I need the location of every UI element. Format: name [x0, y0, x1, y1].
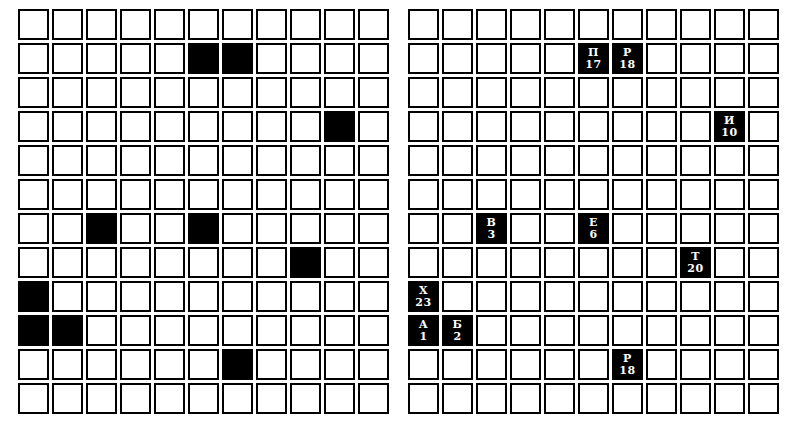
empty-cell[interactable] — [120, 247, 151, 278]
empty-cell[interactable] — [188, 145, 219, 176]
empty-cell[interactable] — [188, 111, 219, 142]
empty-cell[interactable] — [358, 9, 389, 40]
empty-cell[interactable] — [256, 77, 287, 108]
empty-cell[interactable] — [52, 383, 83, 414]
empty-cell[interactable] — [18, 145, 49, 176]
key-cell-number: 6 — [589, 229, 597, 241]
empty-cell[interactable] — [612, 145, 643, 176]
empty-cell[interactable] — [510, 9, 541, 40]
empty-cell[interactable] — [578, 9, 609, 40]
empty-cell[interactable] — [748, 9, 779, 40]
empty-cell[interactable] — [612, 111, 643, 142]
empty-cell[interactable] — [510, 247, 541, 278]
empty-cell[interactable] — [256, 349, 287, 380]
empty-cell[interactable] — [86, 247, 117, 278]
empty-cell[interactable] — [52, 111, 83, 142]
empty-cell[interactable] — [290, 383, 321, 414]
empty-cell[interactable] — [120, 145, 151, 176]
empty-cell[interactable] — [748, 281, 779, 312]
empty-cell[interactable] — [476, 247, 507, 278]
empty-cell[interactable] — [154, 179, 185, 210]
empty-cell[interactable] — [154, 315, 185, 346]
empty-cell[interactable] — [476, 179, 507, 210]
empty-cell[interactable] — [544, 247, 575, 278]
empty-cell[interactable] — [154, 247, 185, 278]
empty-cell[interactable] — [714, 315, 745, 346]
empty-cell[interactable] — [188, 9, 219, 40]
key-cell-letter: Р — [623, 47, 632, 59]
empty-cell[interactable] — [18, 179, 49, 210]
empty-cell[interactable] — [442, 145, 473, 176]
empty-cell[interactable] — [612, 179, 643, 210]
empty-cell[interactable] — [52, 247, 83, 278]
empty-cell[interactable] — [290, 145, 321, 176]
empty-cell[interactable] — [256, 179, 287, 210]
empty-cell[interactable] — [646, 9, 677, 40]
empty-cell[interactable] — [324, 315, 355, 346]
empty-cell[interactable] — [86, 179, 117, 210]
empty-cell[interactable] — [290, 281, 321, 312]
empty-cell[interactable] — [154, 9, 185, 40]
empty-cell[interactable] — [188, 315, 219, 346]
key-cell-number: 1 — [419, 331, 427, 343]
key-cell-number: 18 — [619, 59, 635, 71]
empty-cell[interactable] — [476, 315, 507, 346]
empty-cell[interactable] — [256, 315, 287, 346]
empty-cell[interactable] — [324, 383, 355, 414]
empty-cell[interactable] — [714, 179, 745, 210]
empty-cell[interactable] — [18, 213, 49, 244]
empty-cell[interactable] — [510, 349, 541, 380]
empty-cell[interactable] — [578, 383, 609, 414]
empty-cell[interactable] — [52, 145, 83, 176]
key-cell-number: 18 — [619, 365, 635, 377]
empty-cell[interactable] — [222, 213, 253, 244]
blank-puzzle-grid — [18, 9, 389, 414]
black-cell — [290, 247, 321, 278]
empty-cell[interactable] — [256, 213, 287, 244]
empty-cell[interactable] — [18, 77, 49, 108]
empty-cell[interactable] — [324, 43, 355, 74]
key-cell-number: 3 — [487, 229, 495, 241]
black-cell — [18, 281, 49, 312]
empty-cell[interactable] — [18, 43, 49, 74]
empty-cell[interactable] — [714, 9, 745, 40]
empty-cell[interactable] — [714, 145, 745, 176]
empty-cell[interactable] — [578, 315, 609, 346]
empty-cell[interactable] — [510, 145, 541, 176]
empty-cell[interactable] — [544, 145, 575, 176]
black-cell — [86, 213, 117, 244]
empty-cell[interactable] — [510, 43, 541, 74]
empty-cell[interactable] — [86, 9, 117, 40]
empty-cell[interactable] — [18, 349, 49, 380]
black-cell — [324, 111, 355, 142]
empty-cell[interactable] — [748, 349, 779, 380]
empty-cell[interactable] — [748, 145, 779, 176]
black-cell — [188, 213, 219, 244]
black-cell — [18, 315, 49, 346]
empty-cell[interactable] — [476, 145, 507, 176]
empty-cell[interactable] — [612, 383, 643, 414]
empty-cell[interactable] — [578, 179, 609, 210]
empty-cell[interactable] — [748, 179, 779, 210]
empty-cell[interactable] — [52, 213, 83, 244]
empty-cell[interactable] — [714, 43, 745, 74]
empty-cell[interactable] — [714, 383, 745, 414]
empty-cell[interactable] — [324, 349, 355, 380]
key-cell: И10 — [714, 111, 745, 142]
empty-cell[interactable] — [646, 77, 677, 108]
empty-cell[interactable] — [18, 111, 49, 142]
empty-cell[interactable] — [408, 213, 439, 244]
empty-cell[interactable] — [544, 111, 575, 142]
empty-cell[interactable] — [86, 77, 117, 108]
empty-cell[interactable] — [290, 77, 321, 108]
empty-cell[interactable] — [290, 315, 321, 346]
empty-cell[interactable] — [714, 281, 745, 312]
empty-cell[interactable] — [120, 315, 151, 346]
empty-cell[interactable] — [358, 349, 389, 380]
puzzle-page: { "game": "keyword cipher crossword (Rus… — [0, 0, 800, 432]
key-cell-letter: Е — [589, 217, 598, 229]
key-cell-number: 17 — [585, 59, 601, 71]
empty-cell[interactable] — [476, 111, 507, 142]
empty-cell[interactable] — [408, 349, 439, 380]
black-cell — [222, 349, 253, 380]
empty-cell[interactable] — [680, 9, 711, 40]
empty-cell[interactable] — [578, 247, 609, 278]
key-cell-letter: Б — [453, 319, 463, 331]
empty-cell[interactable] — [578, 77, 609, 108]
empty-cell[interactable] — [120, 281, 151, 312]
empty-cell[interactable] — [222, 383, 253, 414]
empty-cell[interactable] — [748, 213, 779, 244]
empty-cell[interactable] — [358, 383, 389, 414]
empty-cell[interactable] — [408, 145, 439, 176]
empty-cell[interactable] — [324, 213, 355, 244]
empty-cell[interactable] — [290, 111, 321, 142]
empty-cell[interactable] — [256, 247, 287, 278]
empty-cell[interactable] — [256, 43, 287, 74]
empty-cell[interactable] — [86, 281, 117, 312]
empty-cell[interactable] — [612, 213, 643, 244]
key-cell: Б2 — [442, 315, 473, 346]
empty-cell[interactable] — [646, 281, 677, 312]
empty-cell[interactable] — [188, 247, 219, 278]
empty-cell[interactable] — [680, 383, 711, 414]
empty-cell[interactable] — [442, 77, 473, 108]
empty-cell[interactable] — [188, 179, 219, 210]
key-cell-letter: Р — [623, 353, 632, 365]
empty-cell[interactable] — [714, 247, 745, 278]
empty-cell[interactable] — [476, 383, 507, 414]
empty-cell[interactable] — [290, 43, 321, 74]
empty-cell[interactable] — [680, 145, 711, 176]
empty-cell[interactable] — [358, 43, 389, 74]
empty-cell[interactable] — [52, 9, 83, 40]
empty-cell[interactable] — [578, 349, 609, 380]
empty-cell[interactable] — [358, 247, 389, 278]
empty-cell[interactable] — [222, 315, 253, 346]
empty-cell[interactable] — [358, 77, 389, 108]
empty-cell[interactable] — [680, 43, 711, 74]
empty-cell[interactable] — [324, 247, 355, 278]
empty-cell[interactable] — [290, 179, 321, 210]
empty-cell[interactable] — [442, 349, 473, 380]
empty-cell[interactable] — [86, 43, 117, 74]
empty-cell[interactable] — [442, 247, 473, 278]
empty-cell[interactable] — [646, 213, 677, 244]
empty-cell[interactable] — [324, 9, 355, 40]
empty-cell[interactable] — [680, 179, 711, 210]
empty-cell[interactable] — [442, 111, 473, 142]
empty-cell[interactable] — [188, 349, 219, 380]
key-cell-letter: П — [588, 47, 599, 59]
empty-cell[interactable] — [52, 349, 83, 380]
empty-cell[interactable] — [646, 179, 677, 210]
empty-cell[interactable] — [120, 111, 151, 142]
key-cell: А1 — [408, 315, 439, 346]
empty-cell[interactable] — [52, 179, 83, 210]
empty-cell[interactable] — [612, 281, 643, 312]
empty-cell[interactable] — [408, 111, 439, 142]
empty-cell[interactable] — [680, 213, 711, 244]
key-cell: Е6 — [578, 213, 609, 244]
empty-cell[interactable] — [646, 349, 677, 380]
empty-cell[interactable] — [120, 9, 151, 40]
key-cell-letter: И — [724, 115, 735, 127]
empty-cell[interactable] — [544, 77, 575, 108]
empty-cell[interactable] — [408, 43, 439, 74]
empty-cell[interactable] — [408, 247, 439, 278]
empty-cell[interactable] — [222, 111, 253, 142]
empty-cell[interactable] — [86, 111, 117, 142]
key-grid: П17Р18И10В3Е6Т20Х23А1Б2Р18 — [408, 9, 779, 414]
empty-cell[interactable] — [442, 213, 473, 244]
empty-cell[interactable] — [324, 145, 355, 176]
key-cell: В3 — [476, 213, 507, 244]
empty-cell[interactable] — [154, 145, 185, 176]
empty-cell[interactable] — [154, 213, 185, 244]
empty-cell[interactable] — [188, 383, 219, 414]
empty-cell[interactable] — [544, 179, 575, 210]
empty-cell[interactable] — [612, 9, 643, 40]
empty-cell[interactable] — [290, 213, 321, 244]
key-cell-letter: Х — [419, 285, 428, 297]
empty-cell[interactable] — [680, 349, 711, 380]
empty-cell[interactable] — [324, 77, 355, 108]
empty-cell[interactable] — [646, 43, 677, 74]
empty-cell[interactable] — [544, 213, 575, 244]
empty-cell[interactable] — [646, 383, 677, 414]
empty-cell[interactable] — [442, 383, 473, 414]
empty-cell[interactable] — [442, 9, 473, 40]
empty-cell[interactable] — [120, 383, 151, 414]
empty-cell[interactable] — [714, 213, 745, 244]
key-cell: Р18 — [612, 43, 643, 74]
empty-cell[interactable] — [476, 281, 507, 312]
empty-cell[interactable] — [120, 179, 151, 210]
empty-cell[interactable] — [476, 349, 507, 380]
empty-cell[interactable] — [154, 349, 185, 380]
empty-cell[interactable] — [154, 281, 185, 312]
empty-cell[interactable] — [120, 77, 151, 108]
empty-cell[interactable] — [680, 315, 711, 346]
key-cell-number: 10 — [721, 127, 737, 139]
empty-cell[interactable] — [442, 43, 473, 74]
empty-cell[interactable] — [748, 383, 779, 414]
empty-cell[interactable] — [510, 77, 541, 108]
empty-cell[interactable] — [256, 9, 287, 40]
empty-cell[interactable] — [324, 179, 355, 210]
empty-cell[interactable] — [680, 281, 711, 312]
empty-cell[interactable] — [154, 111, 185, 142]
empty-cell[interactable] — [222, 9, 253, 40]
empty-cell[interactable] — [120, 213, 151, 244]
empty-cell[interactable] — [748, 77, 779, 108]
empty-cell[interactable] — [510, 179, 541, 210]
empty-cell[interactable] — [510, 111, 541, 142]
empty-cell[interactable] — [120, 349, 151, 380]
empty-cell[interactable] — [222, 145, 253, 176]
empty-cell[interactable] — [52, 43, 83, 74]
key-cell: Р18 — [612, 349, 643, 380]
empty-cell[interactable] — [612, 247, 643, 278]
empty-cell[interactable] — [748, 315, 779, 346]
empty-cell[interactable] — [748, 247, 779, 278]
empty-cell[interactable] — [256, 281, 287, 312]
empty-cell[interactable] — [578, 281, 609, 312]
empty-cell[interactable] — [52, 77, 83, 108]
empty-cell[interactable] — [476, 77, 507, 108]
empty-cell[interactable] — [748, 43, 779, 74]
empty-cell[interactable] — [358, 315, 389, 346]
empty-cell[interactable] — [544, 383, 575, 414]
empty-cell[interactable] — [544, 43, 575, 74]
empty-cell[interactable] — [290, 349, 321, 380]
empty-cell[interactable] — [578, 111, 609, 142]
empty-cell[interactable] — [18, 383, 49, 414]
empty-cell[interactable] — [544, 281, 575, 312]
empty-cell[interactable] — [544, 315, 575, 346]
black-cell — [52, 315, 83, 346]
empty-cell[interactable] — [18, 9, 49, 40]
empty-cell[interactable] — [408, 383, 439, 414]
key-cell-letter: Т — [691, 251, 700, 263]
empty-cell[interactable] — [188, 77, 219, 108]
empty-cell[interactable] — [324, 281, 355, 312]
black-cell — [188, 43, 219, 74]
empty-cell[interactable] — [680, 111, 711, 142]
empty-cell[interactable] — [154, 77, 185, 108]
empty-cell[interactable] — [510, 383, 541, 414]
empty-cell[interactable] — [646, 111, 677, 142]
empty-cell[interactable] — [358, 179, 389, 210]
empty-cell[interactable] — [510, 281, 541, 312]
empty-cell[interactable] — [510, 315, 541, 346]
empty-cell[interactable] — [256, 111, 287, 142]
empty-cell[interactable] — [476, 43, 507, 74]
key-cell: Х23 — [408, 281, 439, 312]
key-cell: Т20 — [680, 247, 711, 278]
key-cell-number: 2 — [453, 331, 461, 343]
empty-cell[interactable] — [120, 43, 151, 74]
black-cell — [222, 43, 253, 74]
empty-cell[interactable] — [154, 43, 185, 74]
empty-cell[interactable] — [442, 281, 473, 312]
empty-cell[interactable] — [358, 281, 389, 312]
empty-cell[interactable] — [358, 111, 389, 142]
empty-cell[interactable] — [680, 77, 711, 108]
empty-cell[interactable] — [222, 281, 253, 312]
empty-cell[interactable] — [510, 213, 541, 244]
empty-cell[interactable] — [714, 77, 745, 108]
empty-cell[interactable] — [612, 315, 643, 346]
empty-cell[interactable] — [612, 77, 643, 108]
key-cell: П17 — [578, 43, 609, 74]
empty-cell[interactable] — [646, 145, 677, 176]
key-cell-number: 23 — [415, 297, 431, 309]
key-cell-number: 20 — [687, 263, 703, 275]
empty-cell[interactable] — [290, 9, 321, 40]
empty-cell[interactable] — [86, 349, 117, 380]
empty-cell[interactable] — [154, 383, 185, 414]
empty-cell[interactable] — [86, 145, 117, 176]
empty-cell[interactable] — [256, 383, 287, 414]
empty-cell[interactable] — [358, 213, 389, 244]
empty-cell[interactable] — [86, 315, 117, 346]
empty-cell[interactable] — [18, 247, 49, 278]
empty-cell[interactable] — [442, 179, 473, 210]
empty-cell[interactable] — [408, 9, 439, 40]
empty-cell[interactable] — [748, 111, 779, 142]
key-cell-letter: В — [487, 217, 497, 229]
key-cell-letter: А — [419, 319, 428, 331]
empty-cell[interactable] — [476, 9, 507, 40]
empty-cell[interactable] — [578, 145, 609, 176]
empty-cell[interactable] — [646, 315, 677, 346]
empty-cell[interactable] — [188, 281, 219, 312]
empty-cell[interactable] — [714, 349, 745, 380]
empty-cell[interactable] — [408, 179, 439, 210]
empty-cell[interactable] — [646, 247, 677, 278]
empty-cell[interactable] — [52, 281, 83, 312]
empty-cell[interactable] — [256, 145, 287, 176]
empty-cell[interactable] — [222, 247, 253, 278]
empty-cell[interactable] — [86, 383, 117, 414]
empty-cell[interactable] — [544, 349, 575, 380]
empty-cell[interactable] — [222, 77, 253, 108]
empty-cell[interactable] — [222, 179, 253, 210]
empty-cell[interactable] — [544, 9, 575, 40]
empty-cell[interactable] — [408, 77, 439, 108]
empty-cell[interactable] — [358, 145, 389, 176]
